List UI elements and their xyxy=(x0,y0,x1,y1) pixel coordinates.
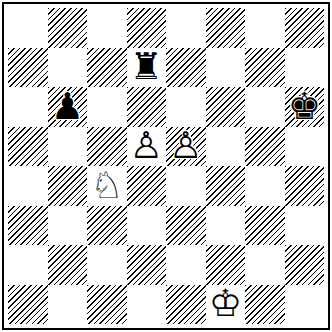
square-g4[interactable] xyxy=(245,166,285,206)
square-f4[interactable] xyxy=(206,166,246,206)
square-b8[interactable] xyxy=(48,8,88,48)
square-h1[interactable] xyxy=(285,285,325,325)
square-c5[interactable] xyxy=(87,127,127,167)
square-b4[interactable] xyxy=(48,166,88,206)
square-g7[interactable] xyxy=(245,48,285,88)
square-e1[interactable] xyxy=(166,285,206,325)
square-d1[interactable] xyxy=(127,285,167,325)
piece-glyph: ♔ xyxy=(209,285,242,322)
square-a8[interactable] xyxy=(8,8,48,48)
piece-glyph: ♙ xyxy=(130,127,163,164)
piece-glyph: ♟ xyxy=(51,88,84,125)
square-h7[interactable] xyxy=(285,48,325,88)
square-d2[interactable] xyxy=(127,245,167,285)
square-c4[interactable]: ♞♘ xyxy=(87,166,127,206)
square-b1[interactable] xyxy=(48,285,88,325)
square-c1[interactable] xyxy=(87,285,127,325)
square-d7[interactable]: ♜♜ xyxy=(127,48,167,88)
square-e4[interactable] xyxy=(166,166,206,206)
piece-glyph: ♘ xyxy=(90,167,123,204)
square-g3[interactable] xyxy=(245,206,285,246)
square-d5[interactable]: ♟♙ xyxy=(127,127,167,167)
piece-white-king: ♚♔ xyxy=(206,285,246,325)
square-f1[interactable]: ♚♔ xyxy=(206,285,246,325)
square-e6[interactable] xyxy=(166,87,206,127)
square-a7[interactable] xyxy=(8,48,48,88)
square-h5[interactable] xyxy=(285,127,325,167)
square-c6[interactable] xyxy=(87,87,127,127)
square-c8[interactable] xyxy=(87,8,127,48)
square-a2[interactable] xyxy=(8,245,48,285)
square-f7[interactable] xyxy=(206,48,246,88)
square-d3[interactable] xyxy=(127,206,167,246)
square-f6[interactable] xyxy=(206,87,246,127)
square-b7[interactable] xyxy=(48,48,88,88)
square-c7[interactable] xyxy=(87,48,127,88)
square-f5[interactable] xyxy=(206,127,246,167)
chess-board: ♜♜♟♟♚♚♟♙♟♙♞♘♚♔ xyxy=(8,8,324,324)
square-h6[interactable]: ♚♚ xyxy=(285,87,325,127)
piece-glyph: ♙ xyxy=(169,127,202,164)
square-c2[interactable] xyxy=(87,245,127,285)
square-g5[interactable] xyxy=(245,127,285,167)
square-h3[interactable] xyxy=(285,206,325,246)
square-d4[interactable] xyxy=(127,166,167,206)
square-a1[interactable] xyxy=(8,285,48,325)
square-e8[interactable] xyxy=(166,8,206,48)
square-e7[interactable] xyxy=(166,48,206,88)
square-b5[interactable] xyxy=(48,127,88,167)
piece-white-pawn: ♟♙ xyxy=(127,127,167,167)
square-h2[interactable] xyxy=(285,245,325,285)
piece-glyph: ♚ xyxy=(288,88,321,125)
square-h8[interactable] xyxy=(285,8,325,48)
square-g8[interactable] xyxy=(245,8,285,48)
square-e5[interactable]: ♟♙ xyxy=(166,127,206,167)
piece-black-rook: ♜♜ xyxy=(127,48,167,88)
square-e2[interactable] xyxy=(166,245,206,285)
piece-black-king: ♚♚ xyxy=(285,87,325,127)
piece-white-knight: ♞♘ xyxy=(87,166,127,206)
piece-white-pawn: ♟♙ xyxy=(166,127,206,167)
square-a6[interactable] xyxy=(8,87,48,127)
square-a3[interactable] xyxy=(8,206,48,246)
piece-glyph: ♜ xyxy=(130,48,163,85)
square-b3[interactable] xyxy=(48,206,88,246)
square-h4[interactable] xyxy=(285,166,325,206)
square-g1[interactable] xyxy=(245,285,285,325)
square-a4[interactable] xyxy=(8,166,48,206)
square-e3[interactable] xyxy=(166,206,206,246)
square-f2[interactable] xyxy=(206,245,246,285)
square-d8[interactable] xyxy=(127,8,167,48)
piece-black-pawn: ♟♟ xyxy=(48,87,88,127)
square-g6[interactable] xyxy=(245,87,285,127)
square-f3[interactable] xyxy=(206,206,246,246)
square-f8[interactable] xyxy=(206,8,246,48)
square-g2[interactable] xyxy=(245,245,285,285)
square-b6[interactable]: ♟♟ xyxy=(48,87,88,127)
square-d6[interactable] xyxy=(127,87,167,127)
square-a5[interactable] xyxy=(8,127,48,167)
square-b2[interactable] xyxy=(48,245,88,285)
chess-diagram: ♜♜♟♟♚♚♟♙♟♙♞♘♚♔ xyxy=(0,0,332,332)
square-c3[interactable] xyxy=(87,206,127,246)
